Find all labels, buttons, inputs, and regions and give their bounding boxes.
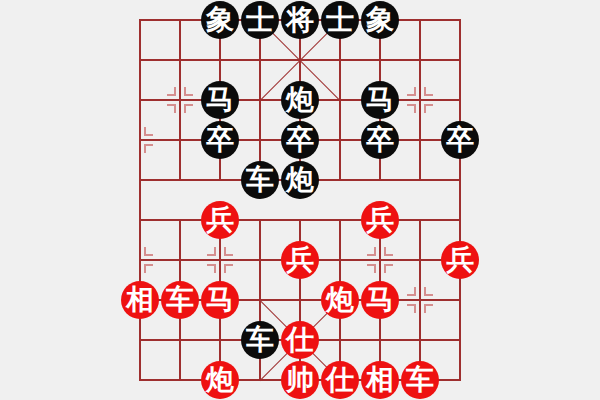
point-marker <box>407 304 416 313</box>
piece-red-elephant[interactable]: 相 <box>361 361 399 399</box>
piece-black-elephant[interactable]: 象 <box>361 1 399 39</box>
grid-line <box>179 19 181 181</box>
point-marker <box>224 247 233 256</box>
piece-black-elephant[interactable]: 象 <box>201 1 239 39</box>
piece-red-pawn[interactable]: 兵 <box>281 241 319 279</box>
point-marker <box>424 287 433 296</box>
piece-red-cannon[interactable]: 炮 <box>321 281 359 319</box>
grid-line <box>419 19 421 181</box>
point-marker <box>424 87 433 96</box>
piece-red-advisor[interactable]: 仕 <box>321 361 359 399</box>
point-marker <box>367 264 376 273</box>
piece-red-pawn[interactable]: 兵 <box>361 201 399 239</box>
piece-red-horse[interactable]: 马 <box>201 281 239 319</box>
point-marker <box>144 264 153 273</box>
point-marker <box>384 264 393 273</box>
piece-red-pawn[interactable]: 兵 <box>441 241 479 279</box>
point-marker <box>184 87 193 96</box>
point-marker <box>144 144 153 153</box>
point-marker <box>407 287 416 296</box>
piece-black-horse[interactable]: 马 <box>361 81 399 119</box>
piece-black-king[interactable]: 将 <box>281 1 319 39</box>
point-marker <box>207 264 216 273</box>
piece-black-advisor[interactable]: 士 <box>321 1 359 39</box>
point-marker <box>167 87 176 96</box>
grid-line <box>139 19 141 381</box>
piece-black-cannon[interactable]: 炮 <box>281 81 319 119</box>
point-marker <box>367 247 376 256</box>
piece-black-chariot[interactable]: 车 <box>241 321 279 359</box>
grid-line <box>459 19 461 381</box>
piece-black-cannon[interactable]: 炮 <box>281 161 319 199</box>
piece-red-cannon[interactable]: 炮 <box>201 361 239 399</box>
piece-red-chariot[interactable]: 车 <box>401 361 439 399</box>
grid-line <box>259 19 261 181</box>
point-marker <box>167 104 176 113</box>
piece-black-pawn[interactable]: 卒 <box>361 121 399 159</box>
piece-red-elephant[interactable]: 相 <box>121 281 159 319</box>
point-marker <box>407 87 416 96</box>
piece-black-advisor[interactable]: 士 <box>241 1 279 39</box>
grid-line <box>339 19 341 181</box>
point-marker <box>184 104 193 113</box>
point-marker <box>144 247 153 256</box>
piece-black-chariot[interactable]: 车 <box>241 161 279 199</box>
point-marker <box>424 304 433 313</box>
piece-red-horse[interactable]: 马 <box>361 281 399 319</box>
piece-black-pawn[interactable]: 卒 <box>281 121 319 159</box>
point-marker <box>144 127 153 136</box>
point-marker <box>424 104 433 113</box>
piece-black-horse[interactable]: 马 <box>201 81 239 119</box>
point-marker <box>384 247 393 256</box>
piece-red-advisor[interactable]: 仕 <box>281 321 319 359</box>
piece-black-pawn[interactable]: 卒 <box>201 121 239 159</box>
piece-red-chariot[interactable]: 车 <box>161 281 199 319</box>
point-marker <box>224 264 233 273</box>
point-marker <box>407 104 416 113</box>
piece-red-pawn[interactable]: 兵 <box>201 201 239 239</box>
piece-red-king[interactable]: 帅 <box>281 361 319 399</box>
point-marker <box>207 247 216 256</box>
grid-line <box>419 219 421 381</box>
stage: 象士将士象马炮马卒卒卒卒车炮兵兵兵兵相车马炮马车仕炮帅仕相车 <box>0 0 600 400</box>
piece-black-pawn[interactable]: 卒 <box>441 121 479 159</box>
